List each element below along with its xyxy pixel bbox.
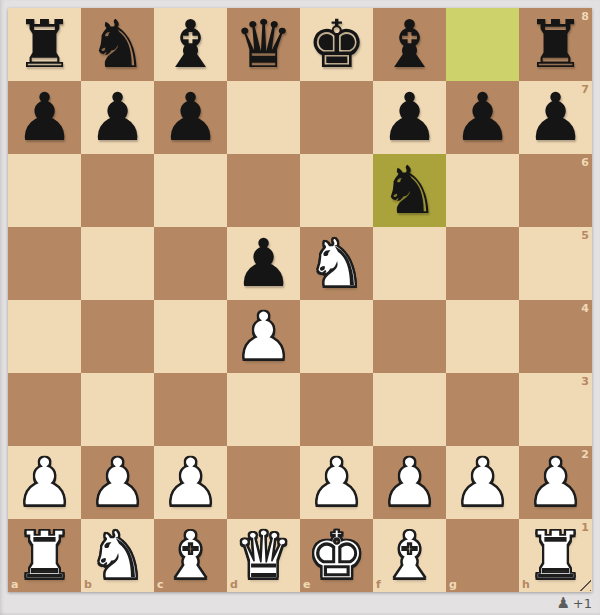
square-g5[interactable] xyxy=(446,227,519,300)
square-g4[interactable] xyxy=(446,300,519,373)
square-f6[interactable]: ♞ xyxy=(373,154,446,227)
square-g6[interactable] xyxy=(446,154,519,227)
square-c2[interactable]: ♟ xyxy=(154,446,227,519)
square-g1[interactable]: g xyxy=(446,519,519,592)
square-c5[interactable] xyxy=(154,227,227,300)
square-e1[interactable]: ♚e xyxy=(300,519,373,592)
square-h6[interactable]: 6 xyxy=(519,154,592,227)
square-c4[interactable] xyxy=(154,300,227,373)
square-d3[interactable] xyxy=(227,373,300,446)
square-c1[interactable]: ♝c xyxy=(154,519,227,592)
white-rook[interactable]: ♜ xyxy=(15,523,74,589)
white-pawn[interactable]: ♟ xyxy=(161,450,220,516)
pawn-icon: ♟ xyxy=(556,596,569,611)
file-label-g: g xyxy=(449,579,457,590)
rank-label-6: 6 xyxy=(581,157,589,168)
black-pawn[interactable]: ♟ xyxy=(15,85,74,151)
square-b5[interactable] xyxy=(81,227,154,300)
square-c6[interactable] xyxy=(154,154,227,227)
black-pawn[interactable]: ♟ xyxy=(234,231,293,297)
square-e5[interactable]: ♞ xyxy=(300,227,373,300)
white-king[interactable]: ♚ xyxy=(307,523,366,589)
white-pawn[interactable]: ♟ xyxy=(88,450,147,516)
square-f2[interactable]: ♟ xyxy=(373,446,446,519)
square-d7[interactable] xyxy=(227,81,300,154)
square-b2[interactable]: ♟ xyxy=(81,446,154,519)
black-pawn[interactable]: ♟ xyxy=(161,85,220,151)
black-bishop[interactable]: ♝ xyxy=(380,12,439,78)
square-e3[interactable] xyxy=(300,373,373,446)
square-d2[interactable] xyxy=(227,446,300,519)
square-a2[interactable]: ♟ xyxy=(8,446,81,519)
square-a5[interactable] xyxy=(8,227,81,300)
square-a1[interactable]: ♜a xyxy=(8,519,81,592)
square-a3[interactable] xyxy=(8,373,81,446)
square-d1[interactable]: ♛d xyxy=(227,519,300,592)
white-pawn[interactable]: ♟ xyxy=(15,450,74,516)
square-h8[interactable]: ♜8 xyxy=(519,8,592,81)
square-f7[interactable]: ♟ xyxy=(373,81,446,154)
black-pawn[interactable]: ♟ xyxy=(526,85,585,151)
square-g3[interactable] xyxy=(446,373,519,446)
square-d5[interactable]: ♟ xyxy=(227,227,300,300)
square-f3[interactable] xyxy=(373,373,446,446)
square-e8[interactable]: ♚ xyxy=(300,8,373,81)
square-g2[interactable]: ♟ xyxy=(446,446,519,519)
square-b7[interactable]: ♟ xyxy=(81,81,154,154)
square-c3[interactable] xyxy=(154,373,227,446)
material-advantage-bar: ♟ +1 xyxy=(8,592,592,615)
square-b6[interactable] xyxy=(81,154,154,227)
square-e7[interactable] xyxy=(300,81,373,154)
black-rook[interactable]: ♜ xyxy=(526,12,585,78)
square-a8[interactable]: ♜ xyxy=(8,8,81,81)
white-queen[interactable]: ♛ xyxy=(234,523,293,589)
material-advantage-value: +1 xyxy=(573,596,592,611)
black-knight[interactable]: ♞ xyxy=(88,12,147,78)
square-d8[interactable]: ♛ xyxy=(227,8,300,81)
square-b1[interactable]: ♞b xyxy=(81,519,154,592)
square-c7[interactable]: ♟ xyxy=(154,81,227,154)
white-pawn[interactable]: ♟ xyxy=(307,450,366,516)
white-pawn[interactable]: ♟ xyxy=(453,450,512,516)
square-e6[interactable] xyxy=(300,154,373,227)
square-a4[interactable] xyxy=(8,300,81,373)
square-e4[interactable] xyxy=(300,300,373,373)
white-pawn[interactable]: ♟ xyxy=(380,450,439,516)
board-grid: ♜♞♝♛♚♝♜8♟♟♟♟♟♟7♞6♟♞5♟43♟♟♟♟♟♟♟2♜a♞b♝c♛d♚… xyxy=(8,8,592,592)
square-a6[interactable] xyxy=(8,154,81,227)
square-f8[interactable]: ♝ xyxy=(373,8,446,81)
square-f1[interactable]: ♝f xyxy=(373,519,446,592)
white-knight[interactable]: ♞ xyxy=(88,523,147,589)
square-b3[interactable] xyxy=(81,373,154,446)
black-king[interactable]: ♚ xyxy=(307,12,366,78)
square-h2[interactable]: ♟2 xyxy=(519,446,592,519)
square-h4[interactable]: 4 xyxy=(519,300,592,373)
black-pawn[interactable]: ♟ xyxy=(453,85,512,151)
square-h3[interactable]: 3 xyxy=(519,373,592,446)
square-b4[interactable] xyxy=(81,300,154,373)
chess-board: ♜♞♝♛♚♝♜8♟♟♟♟♟♟7♞6♟♞5♟43♟♟♟♟♟♟♟2♜a♞b♝c♛d♚… xyxy=(8,8,592,592)
rank-label-4: 4 xyxy=(581,303,589,314)
rank-label-3: 3 xyxy=(581,376,589,387)
black-pawn[interactable]: ♟ xyxy=(88,85,147,151)
black-bishop[interactable]: ♝ xyxy=(161,12,220,78)
square-f4[interactable] xyxy=(373,300,446,373)
white-pawn[interactable]: ♟ xyxy=(526,450,585,516)
white-rook[interactable]: ♜ xyxy=(526,523,585,589)
black-knight[interactable]: ♞ xyxy=(380,158,439,224)
square-d6[interactable] xyxy=(227,154,300,227)
square-g7[interactable]: ♟ xyxy=(446,81,519,154)
square-h5[interactable]: 5 xyxy=(519,227,592,300)
white-bishop[interactable]: ♝ xyxy=(161,523,220,589)
black-rook[interactable]: ♜ xyxy=(15,12,74,78)
square-h1[interactable]: ♜1h xyxy=(519,519,592,592)
square-d4[interactable]: ♟ xyxy=(227,300,300,373)
black-pawn[interactable]: ♟ xyxy=(380,85,439,151)
rank-label-5: 5 xyxy=(581,230,589,241)
square-g8[interactable] xyxy=(446,8,519,81)
square-h7[interactable]: ♟7 xyxy=(519,81,592,154)
square-a7[interactable]: ♟ xyxy=(8,81,81,154)
white-knight[interactable]: ♞ xyxy=(307,231,366,297)
square-c8[interactable]: ♝ xyxy=(154,8,227,81)
black-queen[interactable]: ♛ xyxy=(234,12,293,78)
white-bishop[interactable]: ♝ xyxy=(380,523,439,589)
square-b8[interactable]: ♞ xyxy=(81,8,154,81)
white-pawn[interactable]: ♟ xyxy=(234,304,293,370)
square-e2[interactable]: ♟ xyxy=(300,446,373,519)
square-f5[interactable] xyxy=(373,227,446,300)
